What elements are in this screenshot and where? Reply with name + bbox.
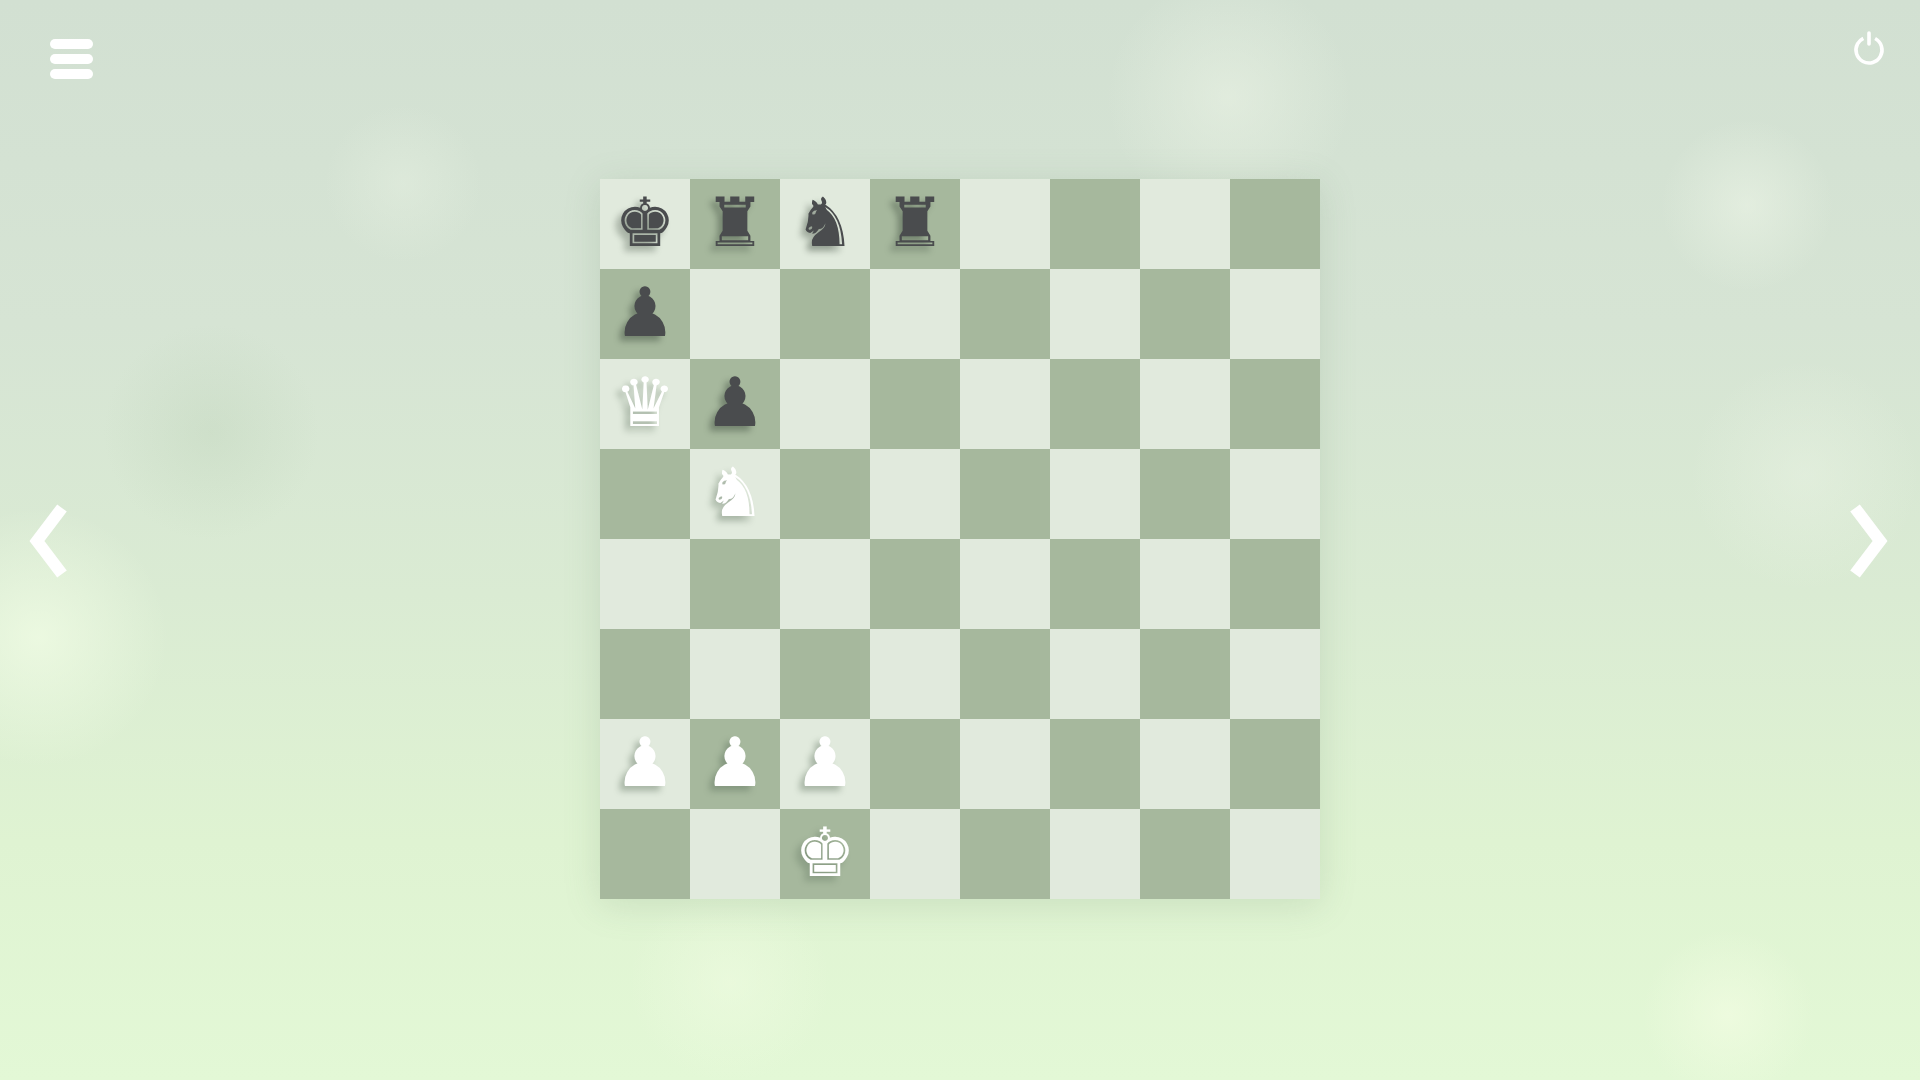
square-e6[interactable] xyxy=(960,359,1050,449)
square-e1[interactable] xyxy=(960,809,1050,899)
square-a7[interactable]: ♟ xyxy=(600,269,690,359)
square-f3[interactable] xyxy=(1050,629,1140,719)
square-f2[interactable] xyxy=(1050,719,1140,809)
square-c7[interactable] xyxy=(780,269,870,359)
square-h8[interactable] xyxy=(1230,179,1320,269)
chess-board: ♚♜♞♜♟♛♟♞♟♟♟♚ xyxy=(600,179,1320,899)
piece-black-king[interactable]: ♚ xyxy=(600,179,690,269)
square-e3[interactable] xyxy=(960,629,1050,719)
square-a1[interactable] xyxy=(600,809,690,899)
square-a5[interactable] xyxy=(600,449,690,539)
square-a2[interactable]: ♟ xyxy=(600,719,690,809)
square-e7[interactable] xyxy=(960,269,1050,359)
piece-black-rook[interactable]: ♜ xyxy=(690,179,780,269)
power-icon xyxy=(1849,28,1889,68)
piece-black-rook[interactable]: ♜ xyxy=(870,179,960,269)
square-c8[interactable]: ♞ xyxy=(780,179,870,269)
square-f4[interactable] xyxy=(1050,539,1140,629)
square-e2[interactable] xyxy=(960,719,1050,809)
square-h6[interactable] xyxy=(1230,359,1320,449)
square-h3[interactable] xyxy=(1230,629,1320,719)
piece-black-pawn[interactable]: ♟ xyxy=(600,269,690,359)
previous-puzzle-button[interactable] xyxy=(24,501,72,581)
next-puzzle-button[interactable] xyxy=(1845,501,1893,581)
piece-black-pawn[interactable]: ♟ xyxy=(690,359,780,449)
piece-white-queen[interactable]: ♛ xyxy=(600,359,690,449)
square-g1[interactable] xyxy=(1140,809,1230,899)
chevron-left-icon xyxy=(24,501,72,581)
square-c1[interactable]: ♚ xyxy=(780,809,870,899)
piece-white-pawn[interactable]: ♟ xyxy=(690,719,780,809)
square-b8[interactable]: ♜ xyxy=(690,179,780,269)
square-g7[interactable] xyxy=(1140,269,1230,359)
square-f7[interactable] xyxy=(1050,269,1140,359)
square-b4[interactable] xyxy=(690,539,780,629)
power-button[interactable] xyxy=(1849,28,1889,68)
piece-white-knight[interactable]: ♞ xyxy=(690,449,780,539)
square-c5[interactable] xyxy=(780,449,870,539)
menu-button[interactable] xyxy=(50,39,93,79)
piece-white-pawn[interactable]: ♟ xyxy=(780,719,870,809)
hamburger-icon xyxy=(50,39,93,49)
square-f6[interactable] xyxy=(1050,359,1140,449)
square-e8[interactable] xyxy=(960,179,1050,269)
square-d1[interactable] xyxy=(870,809,960,899)
square-d8[interactable]: ♜ xyxy=(870,179,960,269)
square-f1[interactable] xyxy=(1050,809,1140,899)
square-c4[interactable] xyxy=(780,539,870,629)
square-g4[interactable] xyxy=(1140,539,1230,629)
square-g3[interactable] xyxy=(1140,629,1230,719)
square-f8[interactable] xyxy=(1050,179,1140,269)
square-a4[interactable] xyxy=(600,539,690,629)
square-a3[interactable] xyxy=(600,629,690,719)
square-h4[interactable] xyxy=(1230,539,1320,629)
piece-white-king[interactable]: ♚ xyxy=(780,809,870,899)
square-b5[interactable]: ♞ xyxy=(690,449,780,539)
square-h2[interactable] xyxy=(1230,719,1320,809)
square-d7[interactable] xyxy=(870,269,960,359)
square-g5[interactable] xyxy=(1140,449,1230,539)
square-e5[interactable] xyxy=(960,449,1050,539)
piece-black-knight[interactable]: ♞ xyxy=(780,179,870,269)
square-b7[interactable] xyxy=(690,269,780,359)
square-b6[interactable]: ♟ xyxy=(690,359,780,449)
square-g6[interactable] xyxy=(1140,359,1230,449)
square-h5[interactable] xyxy=(1230,449,1320,539)
square-g2[interactable] xyxy=(1140,719,1230,809)
square-h1[interactable] xyxy=(1230,809,1320,899)
square-a6[interactable]: ♛ xyxy=(600,359,690,449)
square-g8[interactable] xyxy=(1140,179,1230,269)
chevron-right-icon xyxy=(1845,501,1893,581)
square-d2[interactable] xyxy=(870,719,960,809)
square-b3[interactable] xyxy=(690,629,780,719)
square-c6[interactable] xyxy=(780,359,870,449)
square-c2[interactable]: ♟ xyxy=(780,719,870,809)
square-e4[interactable] xyxy=(960,539,1050,629)
square-f5[interactable] xyxy=(1050,449,1140,539)
square-h7[interactable] xyxy=(1230,269,1320,359)
square-d5[interactable] xyxy=(870,449,960,539)
square-a8[interactable]: ♚ xyxy=(600,179,690,269)
square-d4[interactable] xyxy=(870,539,960,629)
square-b1[interactable] xyxy=(690,809,780,899)
square-b2[interactable]: ♟ xyxy=(690,719,780,809)
square-c3[interactable] xyxy=(780,629,870,719)
piece-white-pawn[interactable]: ♟ xyxy=(600,719,690,809)
square-d6[interactable] xyxy=(870,359,960,449)
square-d3[interactable] xyxy=(870,629,960,719)
